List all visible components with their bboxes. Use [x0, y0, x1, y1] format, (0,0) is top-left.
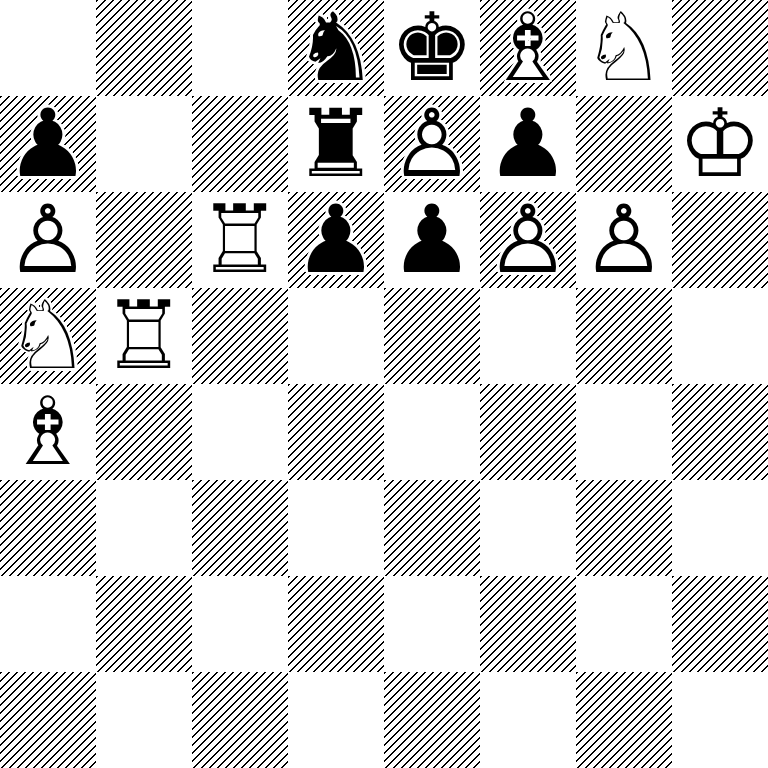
- square-e3[interactable]: [384, 480, 480, 576]
- piece-halo-white-rook: ♜: [192, 192, 288, 288]
- piece-white-bishop-icon: ♗: [480, 0, 576, 96]
- square-f3[interactable]: [480, 480, 576, 576]
- square-e8[interactable]: ♚♚: [384, 0, 480, 96]
- piece-halo-white-pawn: ♟: [0, 192, 96, 288]
- square-g7[interactable]: [576, 96, 672, 192]
- square-b2[interactable]: [96, 576, 192, 672]
- piece-black-rook-icon: ♜: [288, 96, 384, 192]
- piece-halo-white-pawn: ♟: [480, 192, 576, 288]
- piece-halo-white-knight: ♞: [0, 288, 96, 384]
- square-b1[interactable]: [96, 672, 192, 768]
- piece-halo-black-knight: ♞: [288, 0, 384, 96]
- piece-halo-black-king: ♚: [384, 0, 480, 96]
- square-f1[interactable]: [480, 672, 576, 768]
- square-b4[interactable]: [96, 384, 192, 480]
- square-h8[interactable]: [672, 0, 768, 96]
- square-c2[interactable]: [192, 576, 288, 672]
- piece-white-rook-icon: ♖: [96, 288, 192, 384]
- square-h6[interactable]: [672, 192, 768, 288]
- square-d8[interactable]: ♞♞: [288, 0, 384, 96]
- square-a1[interactable]: [0, 672, 96, 768]
- square-c4[interactable]: [192, 384, 288, 480]
- piece-white-pawn-icon: ♙: [0, 192, 96, 288]
- square-a7[interactable]: ♟♟: [0, 96, 96, 192]
- piece-halo-white-bishop: ♝: [0, 384, 96, 480]
- square-b3[interactable]: [96, 480, 192, 576]
- piece-white-pawn-icon: ♙: [384, 96, 480, 192]
- square-b6[interactable]: [96, 192, 192, 288]
- piece-black-knight-icon: ♞: [288, 0, 384, 96]
- square-h1[interactable]: [672, 672, 768, 768]
- square-e7[interactable]: ♟♙: [384, 96, 480, 192]
- square-d7[interactable]: ♜♜: [288, 96, 384, 192]
- piece-white-bishop-icon: ♗: [0, 384, 96, 480]
- piece-black-pawn-icon: ♟: [480, 96, 576, 192]
- square-f7[interactable]: ♟♟: [480, 96, 576, 192]
- square-d6[interactable]: ♟♟: [288, 192, 384, 288]
- piece-halo-black-pawn: ♟: [288, 192, 384, 288]
- square-h5[interactable]: [672, 288, 768, 384]
- square-e1[interactable]: [384, 672, 480, 768]
- square-d3[interactable]: [288, 480, 384, 576]
- square-b5[interactable]: ♜♖: [96, 288, 192, 384]
- square-f5[interactable]: [480, 288, 576, 384]
- square-f8[interactable]: ♝♗: [480, 0, 576, 96]
- piece-halo-black-pawn: ♟: [384, 192, 480, 288]
- square-e6[interactable]: ♟♟: [384, 192, 480, 288]
- square-g1[interactable]: [576, 672, 672, 768]
- piece-halo-white-pawn: ♟: [576, 192, 672, 288]
- piece-halo-white-king: ♚: [672, 96, 768, 192]
- square-a3[interactable]: [0, 480, 96, 576]
- square-e2[interactable]: [384, 576, 480, 672]
- piece-white-knight-icon: ♘: [576, 0, 672, 96]
- piece-halo-white-pawn: ♟: [384, 96, 480, 192]
- square-h4[interactable]: [672, 384, 768, 480]
- square-c8[interactable]: [192, 0, 288, 96]
- square-f4[interactable]: [480, 384, 576, 480]
- square-b7[interactable]: [96, 96, 192, 192]
- square-g3[interactable]: [576, 480, 672, 576]
- square-h2[interactable]: [672, 576, 768, 672]
- piece-black-pawn-icon: ♟: [288, 192, 384, 288]
- square-h3[interactable]: [672, 480, 768, 576]
- square-d5[interactable]: [288, 288, 384, 384]
- square-c5[interactable]: [192, 288, 288, 384]
- piece-black-pawn-icon: ♟: [0, 96, 96, 192]
- square-b8[interactable]: [96, 0, 192, 96]
- square-c6[interactable]: ♜♖: [192, 192, 288, 288]
- square-g4[interactable]: [576, 384, 672, 480]
- piece-halo-black-pawn: ♟: [0, 96, 96, 192]
- square-a6[interactable]: ♟♙: [0, 192, 96, 288]
- piece-black-pawn-icon: ♟: [384, 192, 480, 288]
- square-d4[interactable]: [288, 384, 384, 480]
- square-g6[interactable]: ♟♙: [576, 192, 672, 288]
- piece-black-king-icon: ♚: [384, 0, 480, 96]
- square-c1[interactable]: [192, 672, 288, 768]
- piece-white-pawn-icon: ♙: [480, 192, 576, 288]
- square-a2[interactable]: [0, 576, 96, 672]
- piece-white-king-icon: ♔: [672, 96, 768, 192]
- square-g8[interactable]: ♞♘: [576, 0, 672, 96]
- chess-board: ♞♞♚♚♝♗♞♘♟♟♜♜♟♙♟♟♚♔♟♙♜♖♟♟♟♟♟♙♟♙♞♘♜♖♝♗: [0, 0, 768, 768]
- piece-halo-black-pawn: ♟: [480, 96, 576, 192]
- square-g2[interactable]: [576, 576, 672, 672]
- piece-halo-black-rook: ♜: [288, 96, 384, 192]
- square-g5[interactable]: [576, 288, 672, 384]
- square-a5[interactable]: ♞♘: [0, 288, 96, 384]
- piece-halo-white-bishop: ♝: [480, 0, 576, 96]
- piece-white-pawn-icon: ♙: [576, 192, 672, 288]
- piece-white-rook-icon: ♖: [192, 192, 288, 288]
- square-e4[interactable]: [384, 384, 480, 480]
- square-a4[interactable]: ♝♗: [0, 384, 96, 480]
- piece-halo-white-knight: ♞: [576, 0, 672, 96]
- square-e5[interactable]: [384, 288, 480, 384]
- square-f2[interactable]: [480, 576, 576, 672]
- piece-white-knight-icon: ♘: [0, 288, 96, 384]
- square-c3[interactable]: [192, 480, 288, 576]
- square-d1[interactable]: [288, 672, 384, 768]
- piece-halo-white-rook: ♜: [96, 288, 192, 384]
- square-f6[interactable]: ♟♙: [480, 192, 576, 288]
- square-h7[interactable]: ♚♔: [672, 96, 768, 192]
- square-d2[interactable]: [288, 576, 384, 672]
- square-c7[interactable]: [192, 96, 288, 192]
- square-a8[interactable]: [0, 0, 96, 96]
